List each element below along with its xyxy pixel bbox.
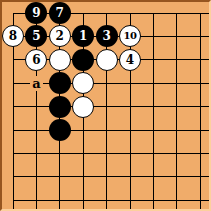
white-stone-6: 6	[25, 49, 47, 71]
white-stone-2: 2	[49, 25, 71, 47]
black-stone	[49, 96, 71, 118]
black-stone	[49, 119, 71, 141]
stones-layer: 12345678910a	[1, 1, 211, 211]
board-label-a: a	[30, 76, 42, 91]
white-stone	[96, 49, 118, 71]
white-stone-10: 10	[119, 25, 141, 47]
black-stone	[49, 72, 71, 94]
white-stone	[72, 96, 94, 118]
black-stone-5: 5	[25, 25, 47, 47]
black-stone	[72, 49, 94, 71]
go-board: 12345678910a	[0, 0, 211, 211]
black-stone-9: 9	[25, 2, 47, 24]
white-stone	[72, 72, 94, 94]
white-stone-4: 4	[119, 49, 141, 71]
black-stone-1: 1	[72, 25, 94, 47]
white-stone	[49, 49, 71, 71]
black-stone-7: 7	[49, 2, 71, 24]
white-stone-8: 8	[2, 25, 24, 47]
black-stone-3: 3	[96, 25, 118, 47]
